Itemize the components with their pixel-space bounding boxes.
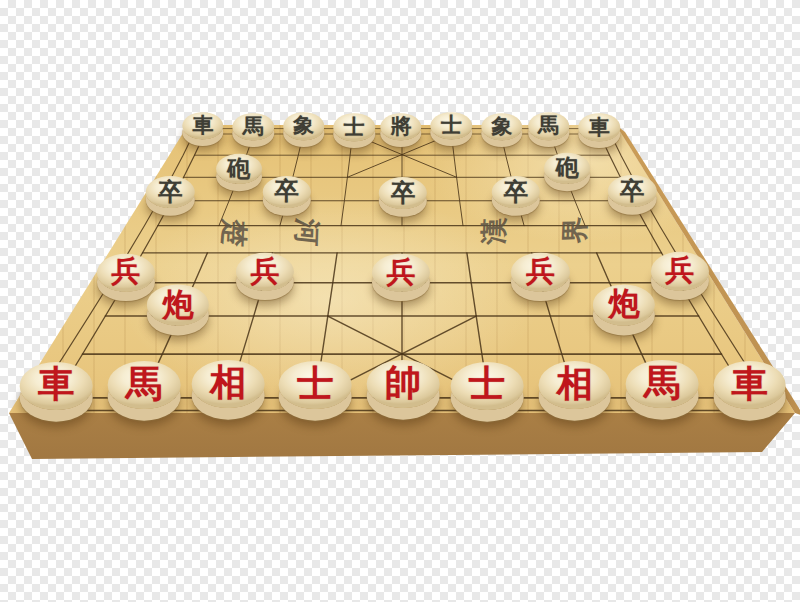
- piece-black-horse[interactable]: 馬: [528, 112, 569, 139]
- piece-black-soldier[interactable]: 卒: [262, 176, 310, 208]
- piece-red-advisor[interactable]: 士: [279, 361, 352, 409]
- piece-red-elephant[interactable]: 相: [192, 360, 265, 408]
- piece-red-chariot[interactable]: 車: [713, 361, 786, 409]
- piece-glyph: 兵: [526, 257, 555, 286]
- piece-red-soldier[interactable]: 兵: [511, 253, 569, 291]
- piece-glyph: 士: [469, 367, 505, 403]
- piece-glyph: 砲: [556, 156, 579, 179]
- piece-red-chariot[interactable]: 車: [20, 362, 93, 410]
- piece-glyph: 士: [441, 115, 462, 136]
- piece-glyph: 馬: [538, 115, 559, 136]
- piece-black-cannon[interactable]: 砲: [216, 154, 262, 184]
- piece-glyph: 砲: [227, 157, 250, 180]
- piece-glyph: 兵: [111, 258, 140, 287]
- piece-glyph: 車: [193, 115, 214, 136]
- piece-glyph: 象: [293, 115, 314, 136]
- piece-glyph: 車: [589, 117, 610, 138]
- piece-glyph: 炮: [162, 289, 193, 320]
- piece-black-soldier[interactable]: 卒: [608, 175, 656, 207]
- piece-glyph: 卒: [275, 179, 299, 203]
- piece-red-soldier[interactable]: 兵: [372, 254, 430, 292]
- piece-red-soldier[interactable]: 兵: [97, 253, 155, 291]
- piece-glyph: 士: [297, 366, 333, 402]
- piece-glyph: 兵: [386, 258, 415, 287]
- piece-glyph: 車: [732, 366, 768, 402]
- piece-red-soldier[interactable]: 兵: [236, 253, 294, 291]
- piece-glyph: 炮: [608, 288, 639, 319]
- piece-black-advisor[interactable]: 士: [431, 112, 472, 139]
- piece-glyph: 相: [210, 365, 246, 401]
- piece-black-chariot[interactable]: 車: [182, 112, 223, 139]
- piece-black-general[interactable]: 將: [380, 113, 421, 140]
- piece-glyph: 相: [556, 366, 592, 402]
- piece-black-elephant[interactable]: 象: [283, 112, 324, 139]
- xiangqi-photo: 楚 河 漢 界 車馬象士將士象馬車砲砲卒卒卒卒卒兵兵兵兵兵炮炮車馬相士帥士相馬車: [0, 0, 800, 602]
- piece-glyph: 車: [38, 367, 74, 403]
- pieces-layer: 車馬象士將士象馬車砲砲卒卒卒卒卒兵兵兵兵兵炮炮車馬相士帥士相馬車: [0, 0, 800, 602]
- piece-glyph: 卒: [620, 179, 644, 203]
- piece-red-horse[interactable]: 馬: [626, 360, 699, 408]
- piece-red-elephant[interactable]: 相: [538, 361, 611, 409]
- piece-glyph: 卒: [391, 180, 415, 204]
- piece-red-advisor[interactable]: 士: [451, 362, 524, 410]
- piece-red-soldier[interactable]: 兵: [651, 252, 709, 290]
- piece-black-elephant[interactable]: 象: [481, 113, 522, 140]
- piece-glyph: 卒: [504, 179, 528, 203]
- piece-red-cannon[interactable]: 炮: [147, 285, 209, 326]
- piece-black-soldier[interactable]: 卒: [146, 176, 194, 208]
- piece-black-advisor[interactable]: 士: [333, 114, 374, 141]
- piece-glyph: 士: [344, 117, 365, 138]
- piece-glyph: 馬: [126, 366, 162, 402]
- piece-glyph: 馬: [644, 365, 680, 401]
- piece-black-cannon[interactable]: 砲: [544, 153, 590, 183]
- piece-black-horse[interactable]: 馬: [233, 113, 274, 140]
- piece-glyph: 馬: [243, 116, 264, 137]
- piece-glyph: 卒: [158, 180, 182, 204]
- piece-glyph: 將: [391, 116, 412, 137]
- piece-glyph: 兵: [665, 256, 694, 285]
- piece-red-cannon[interactable]: 炮: [593, 284, 655, 325]
- piece-glyph: 帥: [385, 365, 421, 401]
- piece-black-soldier[interactable]: 卒: [379, 177, 427, 209]
- piece-red-general[interactable]: 帥: [367, 360, 440, 408]
- piece-black-soldier[interactable]: 卒: [492, 176, 540, 208]
- piece-black-chariot[interactable]: 車: [578, 114, 619, 141]
- piece-glyph: 象: [491, 116, 512, 137]
- piece-glyph: 兵: [251, 257, 280, 286]
- piece-red-horse[interactable]: 馬: [107, 361, 180, 409]
